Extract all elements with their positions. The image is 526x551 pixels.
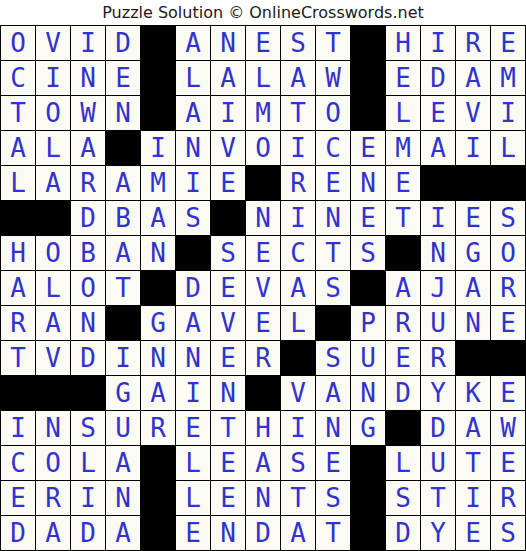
- letter-cell: D: [421, 61, 455, 95]
- letter-cell: O: [316, 96, 350, 130]
- letter-cell: D: [246, 516, 280, 550]
- letter-cell: O: [246, 131, 280, 165]
- black-cell: [421, 166, 455, 200]
- black-cell: [176, 236, 210, 270]
- letter-cell: O: [36, 236, 70, 270]
- letter-cell: I: [281, 411, 315, 445]
- letter-cell: S: [491, 201, 525, 235]
- letter-cell: S: [71, 411, 105, 445]
- letter-cell: E: [386, 166, 420, 200]
- letter-cell: K: [456, 376, 490, 410]
- black-cell: [141, 96, 175, 130]
- letter-cell: L: [246, 61, 280, 95]
- letter-cell: L: [36, 271, 70, 305]
- letter-cell: V: [246, 271, 280, 305]
- black-cell: [141, 26, 175, 60]
- letter-cell: V: [456, 96, 490, 130]
- letter-cell: E: [211, 166, 245, 200]
- letter-cell: C: [316, 131, 350, 165]
- letter-cell: I: [491, 96, 525, 130]
- letter-cell: T: [386, 201, 420, 235]
- letter-cell: G: [351, 411, 385, 445]
- letter-cell: N: [106, 96, 140, 130]
- letter-cell: I: [36, 61, 70, 95]
- letter-cell: E: [1, 481, 35, 515]
- letter-cell: I: [281, 201, 315, 235]
- letter-cell: E: [316, 446, 350, 480]
- black-cell: [351, 516, 385, 550]
- letter-cell: A: [211, 61, 245, 95]
- black-cell: [141, 481, 175, 515]
- letter-cell: S: [316, 271, 350, 305]
- letter-cell: D: [176, 271, 210, 305]
- black-cell: [141, 516, 175, 550]
- letter-cell: C: [1, 446, 35, 480]
- letter-cell: E: [491, 376, 525, 410]
- letter-cell: A: [141, 201, 175, 235]
- letter-cell: T: [1, 341, 35, 375]
- letter-cell: B: [106, 201, 140, 235]
- letter-cell: Y: [421, 516, 455, 550]
- letter-cell: E: [456, 201, 490, 235]
- letter-cell: T: [281, 481, 315, 515]
- letter-cell: I: [421, 26, 455, 60]
- letter-cell: D: [1, 516, 35, 550]
- letter-cell: E: [246, 306, 280, 340]
- letter-cell: I: [456, 481, 490, 515]
- letter-cell: M: [386, 131, 420, 165]
- letter-cell: E: [351, 201, 385, 235]
- letter-cell: U: [106, 411, 140, 445]
- letter-cell: E: [106, 61, 140, 95]
- letter-cell: I: [71, 26, 105, 60]
- letter-cell: A: [106, 166, 140, 200]
- letter-cell: E: [386, 61, 420, 95]
- black-cell: [246, 166, 280, 200]
- black-cell: [141, 446, 175, 480]
- letter-cell: V: [211, 131, 245, 165]
- letter-cell: U: [421, 446, 455, 480]
- letter-cell: A: [106, 516, 140, 550]
- letter-cell: W: [491, 411, 525, 445]
- black-cell: [351, 26, 385, 60]
- letter-cell: S: [386, 481, 420, 515]
- letter-cell: T: [1, 96, 35, 130]
- letter-cell: C: [1, 61, 35, 95]
- letter-cell: S: [491, 516, 525, 550]
- crossword-grid: OVIDANESTHIRECINELALAWEDAMTOWNAIMTOLEVIA…: [0, 25, 526, 551]
- letter-cell: G: [141, 306, 175, 340]
- letter-cell: D: [71, 341, 105, 375]
- letter-cell: I: [106, 341, 140, 375]
- letter-cell: E: [246, 236, 280, 270]
- letter-cell: A: [456, 411, 490, 445]
- letter-cell: I: [211, 96, 245, 130]
- letter-cell: N: [71, 61, 105, 95]
- letter-cell: A: [316, 376, 350, 410]
- black-cell: [1, 201, 35, 235]
- letter-cell: N: [211, 516, 245, 550]
- letter-cell: T: [106, 271, 140, 305]
- black-cell: [141, 271, 175, 305]
- letter-cell: V: [211, 306, 245, 340]
- letter-cell: T: [211, 411, 245, 445]
- letter-cell: O: [36, 96, 70, 130]
- letter-cell: E: [491, 446, 525, 480]
- letter-cell: E: [211, 341, 245, 375]
- letter-cell: R: [421, 341, 455, 375]
- letter-cell: A: [36, 516, 70, 550]
- letter-cell: N: [211, 376, 245, 410]
- letter-cell: I: [141, 131, 175, 165]
- black-cell: [281, 341, 315, 375]
- letter-cell: A: [106, 236, 140, 270]
- letter-cell: T: [421, 481, 455, 515]
- black-cell: [386, 411, 420, 445]
- letter-cell: T: [281, 96, 315, 130]
- letter-cell: A: [36, 166, 70, 200]
- letter-cell: S: [281, 446, 315, 480]
- letter-cell: M: [491, 61, 525, 95]
- letter-cell: B: [71, 236, 105, 270]
- letter-cell: A: [456, 61, 490, 95]
- letter-cell: N: [71, 306, 105, 340]
- letter-cell: A: [456, 271, 490, 305]
- black-cell: [71, 376, 105, 410]
- letter-cell: L: [71, 446, 105, 480]
- black-cell: [351, 271, 385, 305]
- black-cell: [456, 341, 490, 375]
- letter-cell: A: [1, 271, 35, 305]
- letter-cell: N: [211, 26, 245, 60]
- letter-cell: N: [351, 376, 385, 410]
- letter-cell: E: [246, 26, 280, 60]
- letter-cell: T: [316, 516, 350, 550]
- letter-cell: I: [176, 166, 210, 200]
- black-cell: [351, 481, 385, 515]
- letter-cell: D: [71, 516, 105, 550]
- letter-cell: T: [316, 26, 350, 60]
- letter-cell: J: [421, 271, 455, 305]
- letter-cell: D: [421, 411, 455, 445]
- letter-cell: N: [456, 306, 490, 340]
- black-cell: [316, 306, 350, 340]
- letter-cell: I: [281, 131, 315, 165]
- letter-cell: E: [491, 26, 525, 60]
- letter-cell: I: [1, 411, 35, 445]
- letter-cell: V: [281, 376, 315, 410]
- black-cell: [36, 201, 70, 235]
- letter-cell: O: [71, 271, 105, 305]
- letter-cell: S: [316, 481, 350, 515]
- letter-cell: N: [176, 341, 210, 375]
- letter-cell: R: [71, 166, 105, 200]
- letter-cell: N: [421, 236, 455, 270]
- letter-cell: M: [246, 96, 280, 130]
- letter-cell: E: [491, 306, 525, 340]
- black-cell: [456, 166, 490, 200]
- black-cell: [36, 376, 70, 410]
- letter-cell: E: [176, 516, 210, 550]
- letter-cell: G: [456, 236, 490, 270]
- letter-cell: D: [106, 26, 140, 60]
- letter-cell: C: [281, 236, 315, 270]
- letter-cell: U: [421, 306, 455, 340]
- letter-cell: L: [176, 61, 210, 95]
- letter-cell: A: [386, 271, 420, 305]
- letter-cell: H: [1, 236, 35, 270]
- letter-cell: R: [281, 166, 315, 200]
- letter-cell: L: [491, 131, 525, 165]
- letter-cell: R: [491, 271, 525, 305]
- letter-cell: I: [176, 376, 210, 410]
- letter-cell: O: [36, 446, 70, 480]
- black-cell: [386, 236, 420, 270]
- letter-cell: A: [176, 26, 210, 60]
- black-cell: [106, 306, 140, 340]
- letter-cell: E: [316, 166, 350, 200]
- black-cell: [211, 201, 245, 235]
- letter-cell: D: [71, 201, 105, 235]
- letter-cell: A: [141, 376, 175, 410]
- letter-cell: E: [176, 411, 210, 445]
- letter-cell: R: [141, 411, 175, 445]
- letter-cell: N: [141, 341, 175, 375]
- black-cell: [106, 131, 140, 165]
- letter-cell: S: [211, 236, 245, 270]
- black-cell: [351, 61, 385, 95]
- letter-cell: O: [1, 26, 35, 60]
- black-cell: [246, 376, 280, 410]
- letter-cell: M: [141, 166, 175, 200]
- letter-cell: L: [281, 306, 315, 340]
- letter-cell: R: [456, 26, 490, 60]
- letter-cell: N: [141, 236, 175, 270]
- letter-cell: L: [176, 481, 210, 515]
- letter-cell: A: [176, 96, 210, 130]
- letter-cell: A: [71, 131, 105, 165]
- letter-cell: A: [281, 516, 315, 550]
- letter-cell: A: [246, 446, 280, 480]
- letter-cell: E: [211, 271, 245, 305]
- black-cell: [351, 446, 385, 480]
- letter-cell: R: [1, 306, 35, 340]
- letter-cell: N: [246, 201, 280, 235]
- letter-cell: R: [246, 341, 280, 375]
- letter-cell: W: [316, 61, 350, 95]
- black-cell: [491, 341, 525, 375]
- letter-cell: G: [106, 376, 140, 410]
- letter-cell: A: [176, 306, 210, 340]
- black-cell: [1, 376, 35, 410]
- black-cell: [351, 96, 385, 130]
- letter-cell: E: [211, 446, 245, 480]
- letter-cell: E: [211, 481, 245, 515]
- letter-cell: R: [386, 306, 420, 340]
- letter-cell: D: [386, 516, 420, 550]
- letter-cell: N: [316, 201, 350, 235]
- letter-cell: N: [246, 481, 280, 515]
- page-title: Puzzle Solution © OnlineCrosswords.net: [0, 0, 526, 25]
- letter-cell: I: [456, 131, 490, 165]
- letter-cell: E: [351, 131, 385, 165]
- letter-cell: L: [1, 166, 35, 200]
- letter-cell: V: [36, 26, 70, 60]
- letter-cell: O: [491, 236, 525, 270]
- letter-cell: T: [456, 446, 490, 480]
- black-cell: [491, 166, 525, 200]
- letter-cell: R: [36, 481, 70, 515]
- letter-cell: A: [281, 271, 315, 305]
- letter-cell: S: [281, 26, 315, 60]
- letter-cell: A: [1, 131, 35, 165]
- letter-cell: A: [36, 306, 70, 340]
- black-cell: [141, 61, 175, 95]
- letter-cell: N: [36, 411, 70, 445]
- letter-cell: P: [351, 306, 385, 340]
- letter-cell: H: [246, 411, 280, 445]
- letter-cell: I: [71, 481, 105, 515]
- letter-cell: N: [106, 481, 140, 515]
- letter-cell: S: [351, 236, 385, 270]
- letter-cell: E: [421, 96, 455, 130]
- letter-cell: H: [386, 26, 420, 60]
- letter-cell: N: [351, 166, 385, 200]
- letter-cell: L: [176, 446, 210, 480]
- letter-cell: L: [386, 446, 420, 480]
- letter-cell: S: [176, 201, 210, 235]
- letter-cell: A: [281, 61, 315, 95]
- letter-cell: V: [36, 341, 70, 375]
- letter-cell: A: [106, 446, 140, 480]
- letter-cell: U: [351, 341, 385, 375]
- letter-cell: E: [386, 341, 420, 375]
- letter-cell: W: [71, 96, 105, 130]
- letter-cell: R: [491, 481, 525, 515]
- letter-cell: S: [316, 341, 350, 375]
- letter-cell: A: [421, 131, 455, 165]
- letter-cell: L: [386, 96, 420, 130]
- letter-cell: Y: [421, 376, 455, 410]
- letter-cell: D: [386, 376, 420, 410]
- letter-cell: E: [456, 516, 490, 550]
- puzzle-solution-page: Puzzle Solution © OnlineCrosswords.net O…: [0, 0, 526, 551]
- letter-cell: I: [421, 201, 455, 235]
- letter-cell: T: [316, 236, 350, 270]
- letter-cell: N: [316, 411, 350, 445]
- letter-cell: N: [176, 131, 210, 165]
- letter-cell: L: [36, 131, 70, 165]
